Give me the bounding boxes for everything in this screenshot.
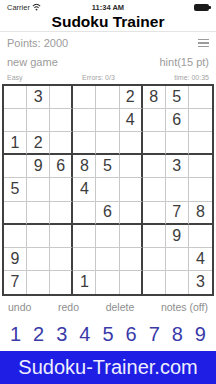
cell-r6c7[interactable] <box>143 202 166 225</box>
cell-r7c4[interactable] <box>73 225 96 248</box>
numpad-7[interactable]: 7 <box>149 323 160 346</box>
hamburger-menu-icon[interactable] <box>198 39 209 48</box>
numpad-8[interactable]: 8 <box>172 323 183 346</box>
cell-r5c9[interactable] <box>189 178 212 201</box>
numpad: 123456789 <box>0 317 216 351</box>
cell-r8c3[interactable] <box>50 248 73 271</box>
cell-r3c9[interactable] <box>189 132 212 155</box>
actions-row: new game hint(15 pt) <box>0 53 216 71</box>
cell-r6c4[interactable] <box>73 202 96 225</box>
cell-r4c4[interactable]: 8 <box>73 155 96 178</box>
numpad-5[interactable]: 5 <box>102 323 113 346</box>
cell-r2c8[interactable]: 6 <box>166 109 189 132</box>
cell-r1c9[interactable] <box>189 86 212 109</box>
cell-r3c7[interactable] <box>143 132 166 155</box>
cell-r3c8[interactable] <box>166 132 189 155</box>
cell-r1c2[interactable]: 3 <box>27 86 50 109</box>
cell-r7c1[interactable] <box>4 225 27 248</box>
cell-r5c7[interactable] <box>143 178 166 201</box>
cell-r2c4[interactable] <box>73 109 96 132</box>
cell-r1c5[interactable] <box>96 86 119 109</box>
cell-r5c3[interactable] <box>50 178 73 201</box>
cell-r9c1[interactable]: 7 <box>4 271 27 294</box>
page-title: Sudoku Trainer <box>0 13 216 32</box>
status-bar: Carrier 11:34 AM <box>0 0 216 13</box>
cell-r5c5[interactable] <box>96 178 119 201</box>
cell-r9c2[interactable] <box>27 271 50 294</box>
redo-button[interactable]: redo <box>58 301 79 313</box>
cell-r1c6[interactable]: 2 <box>120 86 143 109</box>
cell-r7c2[interactable] <box>27 225 50 248</box>
cell-r9c9[interactable]: 3 <box>189 271 212 294</box>
sudoku-board: 328546129685354678994713 <box>2 84 214 296</box>
cell-r3c1[interactable]: 1 <box>4 132 27 155</box>
hint-button[interactable]: hint(15 pt) <box>159 56 209 68</box>
cell-r5c1[interactable]: 5 <box>4 178 27 201</box>
cell-r3c3[interactable] <box>50 132 73 155</box>
cell-r6c6[interactable] <box>120 202 143 225</box>
cell-r2c2[interactable] <box>27 109 50 132</box>
cell-r8c5[interactable] <box>96 248 119 271</box>
cell-r4c9[interactable] <box>189 155 212 178</box>
numpad-6[interactable]: 6 <box>126 323 137 346</box>
cell-r3c4[interactable] <box>73 132 96 155</box>
new-game-button[interactable]: new game <box>7 56 58 68</box>
cell-r5c6[interactable] <box>120 178 143 201</box>
cell-r6c1[interactable] <box>4 202 27 225</box>
carrier-label: Carrier <box>7 3 30 12</box>
cell-r5c8[interactable] <box>166 178 189 201</box>
cell-r6c2[interactable] <box>27 202 50 225</box>
cell-r4c7[interactable] <box>143 155 166 178</box>
cell-r9c4[interactable]: 1 <box>73 271 96 294</box>
cell-r1c4[interactable] <box>73 86 96 109</box>
cell-r6c8[interactable]: 7 <box>166 202 189 225</box>
cell-r2c3[interactable] <box>50 109 73 132</box>
cell-r8c4[interactable] <box>73 248 96 271</box>
wifi-icon <box>32 3 41 13</box>
numpad-3[interactable]: 3 <box>56 323 67 346</box>
cell-r6c3[interactable] <box>50 202 73 225</box>
cell-r7c8[interactable]: 9 <box>166 225 189 248</box>
undo-button[interactable]: undo <box>8 301 31 313</box>
points-label: Points: 2000 <box>7 37 68 49</box>
time-label: time: 00:35 <box>174 74 209 81</box>
cell-r7c5[interactable] <box>96 225 119 248</box>
cell-r8c9[interactable]: 4 <box>189 248 212 271</box>
cell-r4c2[interactable]: 9 <box>27 155 50 178</box>
cell-r1c3[interactable] <box>50 86 73 109</box>
numpad-9[interactable]: 9 <box>195 323 206 346</box>
difficulty-label: Easy <box>7 74 23 81</box>
notes-toggle-button[interactable]: notes (off) <box>161 301 208 313</box>
cell-r7c9[interactable] <box>189 225 212 248</box>
cell-r2c1[interactable] <box>4 109 27 132</box>
cell-r1c1[interactable] <box>4 86 27 109</box>
numpad-4[interactable]: 4 <box>79 323 90 346</box>
cell-r8c8[interactable] <box>166 248 189 271</box>
numpad-1[interactable]: 1 <box>10 323 21 346</box>
cell-r6c9[interactable]: 8 <box>189 202 212 225</box>
cell-r7c6[interactable] <box>120 225 143 248</box>
delete-button[interactable]: delete <box>106 301 135 313</box>
cell-r9c5[interactable] <box>96 271 119 294</box>
cell-r8c7[interactable] <box>143 248 166 271</box>
cell-r7c3[interactable] <box>50 225 73 248</box>
cell-r5c4[interactable]: 4 <box>73 178 96 201</box>
cell-r2c9[interactable] <box>189 109 212 132</box>
points-row: Points: 2000 <box>0 34 216 52</box>
numpad-2[interactable]: 2 <box>33 323 44 346</box>
cell-r6c5[interactable]: 6 <box>96 202 119 225</box>
controls-row: undo redo delete notes (off) <box>0 296 216 317</box>
cell-r4c6[interactable] <box>120 155 143 178</box>
cell-r5c2[interactable] <box>27 178 50 201</box>
cell-r3c6[interactable] <box>120 132 143 155</box>
cell-r9c8[interactable] <box>166 271 189 294</box>
cell-r9c6[interactable] <box>120 271 143 294</box>
cell-r4c1[interactable] <box>4 155 27 178</box>
battery-icon <box>194 4 209 11</box>
cell-r9c7[interactable] <box>143 271 166 294</box>
cell-r8c6[interactable] <box>120 248 143 271</box>
cell-r4c3[interactable]: 6 <box>50 155 73 178</box>
footer-link[interactable]: Sudoku-Trainer.com <box>0 351 216 384</box>
clock-time: 11:34 AM <box>74 3 141 12</box>
cell-r3c2[interactable]: 2 <box>27 132 50 155</box>
cell-r2c5[interactable] <box>96 109 119 132</box>
cell-r1c7[interactable]: 8 <box>143 86 166 109</box>
cell-r8c1[interactable]: 9 <box>4 248 27 271</box>
cell-r4c5[interactable]: 5 <box>96 155 119 178</box>
cell-r1c8[interactable]: 5 <box>166 86 189 109</box>
cell-r2c6[interactable]: 4 <box>120 109 143 132</box>
app-screen: Carrier 11:34 AM Sudoku Trainer Points: … <box>0 0 216 384</box>
cell-r7c7[interactable] <box>143 225 166 248</box>
errors-label: Errors: 0/3 <box>23 74 175 81</box>
cell-r3c5[interactable] <box>96 132 119 155</box>
cell-r2c7[interactable] <box>143 109 166 132</box>
cell-r9c3[interactable] <box>50 271 73 294</box>
cell-r8c2[interactable] <box>27 248 50 271</box>
game-info-row: Easy Errors: 0/3 time: 00:35 <box>0 71 216 84</box>
cell-r4c8[interactable]: 3 <box>166 155 189 178</box>
